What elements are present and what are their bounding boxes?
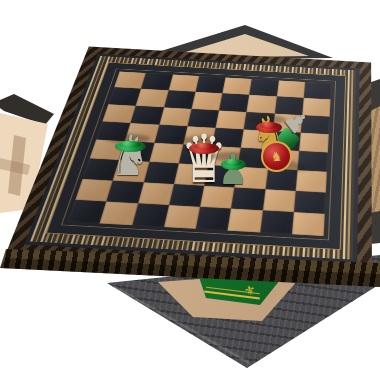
piece-base-tier xyxy=(224,159,242,166)
piece-base-tier xyxy=(260,122,278,129)
piece-base-tier xyxy=(119,141,141,148)
piece-base-tier xyxy=(194,143,215,150)
pieces-layer: ♞♛♞♟♟♞ xyxy=(0,0,380,380)
piece-base-medallion: ♞ xyxy=(261,141,292,172)
maker-emblem-icon: ♞ xyxy=(271,150,283,163)
chess-set-photo: ⚜ ♞♛♞♟♟♞ xyxy=(0,0,380,380)
chess-piece-glyph: ♞ xyxy=(110,130,149,181)
